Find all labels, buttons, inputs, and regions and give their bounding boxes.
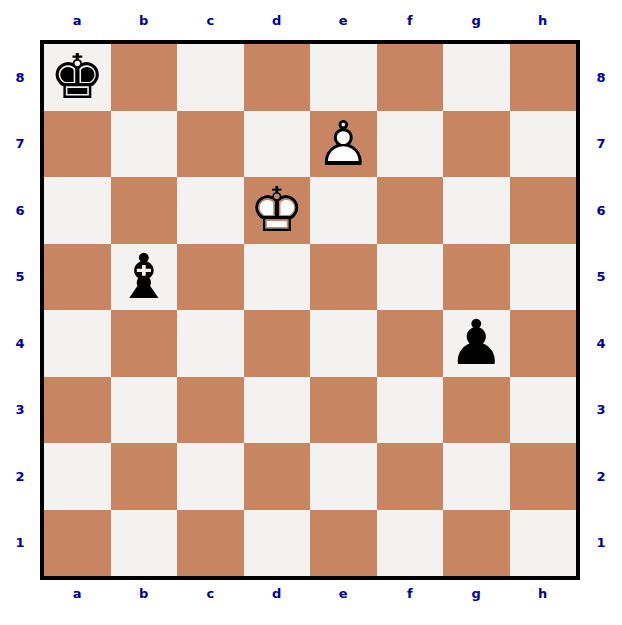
square-d4[interactable] <box>244 310 311 377</box>
square-a8[interactable]: ♚ <box>44 44 111 111</box>
file-label-e: e <box>310 586 377 602</box>
rank-label-3: 3 <box>582 377 620 444</box>
white-pawn-outline: ♙ <box>315 113 371 175</box>
square-b4[interactable] <box>111 310 178 377</box>
rank-labels-left: 87654321 <box>0 44 40 576</box>
square-h5[interactable] <box>510 244 577 311</box>
black-pawn: ♟ <box>443 310 510 377</box>
square-g7[interactable] <box>443 111 510 178</box>
square-a2[interactable] <box>44 443 111 510</box>
square-b6[interactable] <box>111 177 178 244</box>
square-h8[interactable] <box>510 44 577 111</box>
square-b7[interactable] <box>111 111 178 178</box>
square-d8[interactable] <box>244 44 311 111</box>
square-b2[interactable] <box>111 443 178 510</box>
square-d3[interactable] <box>244 377 311 444</box>
square-a4[interactable] <box>44 310 111 377</box>
file-label-c: c <box>177 13 244 29</box>
file-label-d: d <box>244 13 311 29</box>
file-label-f: f <box>377 13 444 29</box>
square-f1[interactable] <box>377 510 444 577</box>
square-c4[interactable] <box>177 310 244 377</box>
white-king-outline: ♔ <box>249 179 305 241</box>
square-c1[interactable] <box>177 510 244 577</box>
white-king: ♚♔ <box>244 177 311 244</box>
square-a6[interactable] <box>44 177 111 244</box>
file-label-g: g <box>443 586 510 602</box>
square-g2[interactable] <box>443 443 510 510</box>
rank-label-4: 4 <box>582 310 620 377</box>
chess-board: ♚♟♙♚♔♝♟ <box>40 40 580 580</box>
square-e4[interactable] <box>310 310 377 377</box>
rank-label-2: 2 <box>0 443 40 510</box>
file-label-h: h <box>510 586 577 602</box>
square-f2[interactable] <box>377 443 444 510</box>
square-c6[interactable] <box>177 177 244 244</box>
square-f4[interactable] <box>377 310 444 377</box>
black-bishop-glyph: ♝ <box>116 246 172 308</box>
square-d5[interactable] <box>244 244 311 311</box>
rank-label-7: 7 <box>582 111 620 178</box>
rank-label-1: 1 <box>582 510 620 577</box>
square-h3[interactable] <box>510 377 577 444</box>
rank-label-5: 5 <box>0 244 40 311</box>
square-h1[interactable] <box>510 510 577 577</box>
square-b3[interactable] <box>111 377 178 444</box>
black-king: ♚ <box>44 44 111 111</box>
black-pawn-glyph: ♟ <box>448 312 504 374</box>
rank-label-1: 1 <box>0 510 40 577</box>
square-b5[interactable]: ♝ <box>111 244 178 311</box>
rank-label-6: 6 <box>0 177 40 244</box>
square-e1[interactable] <box>310 510 377 577</box>
square-e6[interactable] <box>310 177 377 244</box>
square-a1[interactable] <box>44 510 111 577</box>
square-g6[interactable] <box>443 177 510 244</box>
square-a7[interactable] <box>44 111 111 178</box>
square-g1[interactable] <box>443 510 510 577</box>
chess-diagram: abcdefgh 87654321 ♚♟♙♚♔♝♟ 87654321 abcde… <box>0 0 622 625</box>
square-c7[interactable] <box>177 111 244 178</box>
rank-label-2: 2 <box>582 443 620 510</box>
file-labels-bottom: abcdefgh <box>44 586 576 602</box>
square-b8[interactable] <box>111 44 178 111</box>
black-bishop: ♝ <box>111 244 178 311</box>
file-label-b: b <box>111 586 178 602</box>
file-label-f: f <box>377 586 444 602</box>
square-f7[interactable] <box>377 111 444 178</box>
square-a5[interactable] <box>44 244 111 311</box>
square-c3[interactable] <box>177 377 244 444</box>
square-h6[interactable] <box>510 177 577 244</box>
square-g5[interactable] <box>443 244 510 311</box>
file-label-c: c <box>177 586 244 602</box>
square-g3[interactable] <box>443 377 510 444</box>
rank-labels-right: 87654321 <box>582 44 620 576</box>
file-label-h: h <box>510 13 577 29</box>
square-c8[interactable] <box>177 44 244 111</box>
square-c5[interactable] <box>177 244 244 311</box>
square-e2[interactable] <box>310 443 377 510</box>
square-c2[interactable] <box>177 443 244 510</box>
square-h2[interactable] <box>510 443 577 510</box>
file-labels-top: abcdefgh <box>44 13 576 29</box>
square-f5[interactable] <box>377 244 444 311</box>
rank-label-5: 5 <box>582 244 620 311</box>
square-e8[interactable] <box>310 44 377 111</box>
file-label-a: a <box>44 586 111 602</box>
rank-label-3: 3 <box>0 377 40 444</box>
file-label-d: d <box>244 586 311 602</box>
file-label-e: e <box>310 13 377 29</box>
black-king-glyph: ♚ <box>49 46 105 108</box>
square-f8[interactable] <box>377 44 444 111</box>
file-label-g: g <box>443 13 510 29</box>
square-g8[interactable] <box>443 44 510 111</box>
rank-label-6: 6 <box>582 177 620 244</box>
square-a3[interactable] <box>44 377 111 444</box>
square-d7[interactable] <box>244 111 311 178</box>
white-pawn: ♟♙ <box>310 111 377 178</box>
square-d6[interactable]: ♚♔ <box>244 177 311 244</box>
square-e3[interactable] <box>310 377 377 444</box>
rank-label-7: 7 <box>0 111 40 178</box>
rank-label-8: 8 <box>0 44 40 111</box>
square-f6[interactable] <box>377 177 444 244</box>
square-d2[interactable] <box>244 443 311 510</box>
square-b1[interactable] <box>111 510 178 577</box>
square-d1[interactable] <box>244 510 311 577</box>
rank-label-4: 4 <box>0 310 40 377</box>
square-e7[interactable]: ♟♙ <box>310 111 377 178</box>
file-label-b: b <box>111 13 178 29</box>
file-label-a: a <box>44 13 111 29</box>
square-h4[interactable] <box>510 310 577 377</box>
square-f3[interactable] <box>377 377 444 444</box>
square-e5[interactable] <box>310 244 377 311</box>
square-g4[interactable]: ♟ <box>443 310 510 377</box>
square-h7[interactable] <box>510 111 577 178</box>
rank-label-8: 8 <box>582 44 620 111</box>
